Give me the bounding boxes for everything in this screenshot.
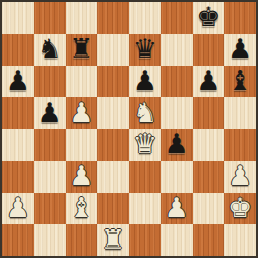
square-a1[interactable] (2, 224, 34, 256)
square-d2[interactable] (97, 193, 129, 225)
square-f6[interactable] (161, 66, 193, 98)
square-g1[interactable] (193, 224, 225, 256)
square-b6[interactable] (34, 66, 66, 98)
square-g3[interactable] (193, 161, 225, 193)
square-c4[interactable] (66, 129, 98, 161)
piece-black-pawn-a6[interactable]: ♟ (6, 67, 30, 94)
square-h6[interactable]: ♝ (224, 66, 256, 98)
piece-white-king-h2[interactable]: ♚ (228, 194, 252, 221)
square-a5[interactable] (2, 97, 34, 129)
square-b3[interactable] (34, 161, 66, 193)
square-c3[interactable]: ♟ (66, 161, 98, 193)
square-h4[interactable] (224, 129, 256, 161)
square-b7[interactable]: ♞ (34, 34, 66, 66)
square-b2[interactable] (34, 193, 66, 225)
square-a6[interactable]: ♟ (2, 66, 34, 98)
square-d6[interactable] (97, 66, 129, 98)
square-a3[interactable] (2, 161, 34, 193)
piece-black-pawn-f4[interactable]: ♟ (165, 130, 189, 157)
piece-white-pawn-a2[interactable]: ♟ (6, 194, 30, 221)
square-g7[interactable] (193, 34, 225, 66)
piece-black-queen-e7[interactable]: ♛ (133, 35, 157, 62)
piece-white-queen-e4[interactable]: ♛ (133, 130, 157, 157)
square-g4[interactable] (193, 129, 225, 161)
piece-black-rook-c7[interactable]: ♜ (69, 35, 93, 62)
square-f4[interactable]: ♟ (161, 129, 193, 161)
piece-white-bishop-c2[interactable]: ♝ (69, 194, 93, 221)
square-f7[interactable] (161, 34, 193, 66)
square-e3[interactable] (129, 161, 161, 193)
square-a4[interactable] (2, 129, 34, 161)
square-e6[interactable]: ♟ (129, 66, 161, 98)
square-f5[interactable] (161, 97, 193, 129)
square-h5[interactable] (224, 97, 256, 129)
piece-white-rook-d1[interactable]: ♜ (101, 226, 125, 253)
square-d5[interactable] (97, 97, 129, 129)
square-f2[interactable]: ♟ (161, 193, 193, 225)
piece-white-pawn-f2[interactable]: ♟ (165, 194, 189, 221)
square-b1[interactable] (34, 224, 66, 256)
piece-black-pawn-h7[interactable]: ♟ (228, 35, 252, 62)
chess-board: ♚♞♜♛♟♟♟♟♝♟♟♞♛♟♟♟♟♝♟♚♜ (2, 2, 256, 256)
square-e5[interactable]: ♞ (129, 97, 161, 129)
piece-black-pawn-b5[interactable]: ♟ (38, 99, 62, 126)
square-h2[interactable]: ♚ (224, 193, 256, 225)
square-c6[interactable] (66, 66, 98, 98)
square-e8[interactable] (129, 2, 161, 34)
piece-white-knight-e5[interactable]: ♞ (133, 99, 157, 126)
square-d7[interactable] (97, 34, 129, 66)
square-d1[interactable]: ♜ (97, 224, 129, 256)
square-g6[interactable]: ♟ (193, 66, 225, 98)
square-c1[interactable] (66, 224, 98, 256)
square-g2[interactable] (193, 193, 225, 225)
piece-black-knight-b7[interactable]: ♞ (38, 35, 62, 62)
square-d3[interactable] (97, 161, 129, 193)
square-c2[interactable]: ♝ (66, 193, 98, 225)
square-c5[interactable]: ♟ (66, 97, 98, 129)
piece-white-pawn-c5[interactable]: ♟ (69, 99, 93, 126)
square-h8[interactable] (224, 2, 256, 34)
square-e2[interactable] (129, 193, 161, 225)
square-b4[interactable] (34, 129, 66, 161)
square-a7[interactable] (2, 34, 34, 66)
piece-white-pawn-c3[interactable]: ♟ (69, 162, 93, 189)
square-e4[interactable]: ♛ (129, 129, 161, 161)
square-c8[interactable] (66, 2, 98, 34)
square-e7[interactable]: ♛ (129, 34, 161, 66)
square-c7[interactable]: ♜ (66, 34, 98, 66)
piece-black-pawn-g6[interactable]: ♟ (196, 67, 220, 94)
square-h3[interactable]: ♟ (224, 161, 256, 193)
square-e1[interactable] (129, 224, 161, 256)
square-a8[interactable] (2, 2, 34, 34)
piece-black-bishop-h6[interactable]: ♝ (228, 67, 252, 94)
square-d4[interactable] (97, 129, 129, 161)
piece-black-pawn-e6[interactable]: ♟ (133, 67, 157, 94)
square-b8[interactable] (34, 2, 66, 34)
piece-black-king-g8[interactable]: ♚ (196, 3, 220, 30)
square-h7[interactable]: ♟ (224, 34, 256, 66)
square-g5[interactable] (193, 97, 225, 129)
square-b5[interactable]: ♟ (34, 97, 66, 129)
square-a2[interactable]: ♟ (2, 193, 34, 225)
square-d8[interactable] (97, 2, 129, 34)
piece-white-pawn-h3[interactable]: ♟ (228, 162, 252, 189)
square-f3[interactable] (161, 161, 193, 193)
square-h1[interactable] (224, 224, 256, 256)
chessboard-frame: ♚♞♜♛♟♟♟♟♝♟♟♞♛♟♟♟♟♝♟♚♜ (0, 0, 258, 258)
square-f8[interactable] (161, 2, 193, 34)
square-f1[interactable] (161, 224, 193, 256)
square-g8[interactable]: ♚ (193, 2, 225, 34)
